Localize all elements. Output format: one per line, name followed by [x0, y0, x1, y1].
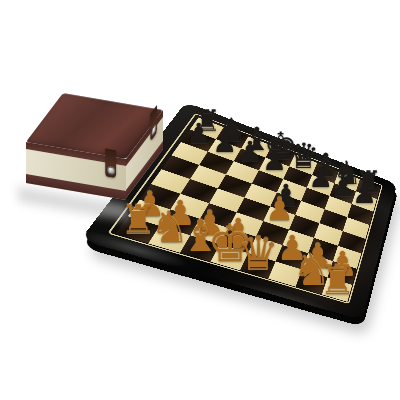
chess-piece[interactable]: ♟: [212, 129, 237, 157]
chess-piece[interactable]: ♜: [319, 259, 355, 299]
chess-piece[interactable]: ♟: [352, 180, 377, 208]
chess-piece[interactable]: ♟: [186, 120, 211, 148]
chess-set-scene: ♜♞♝♚♛♝♞♜♟♟♟♟♟♟♟♟♟♟♟♟♟♟♟♟♜♞♝♚♛♞♜: [0, 0, 400, 400]
chess-piece[interactable]: ♛: [237, 231, 279, 278]
chess-piece[interactable]: ♟: [237, 138, 262, 166]
chess-piece[interactable]: ♟: [262, 147, 287, 175]
chess-piece[interactable]: ♟: [265, 194, 294, 226]
